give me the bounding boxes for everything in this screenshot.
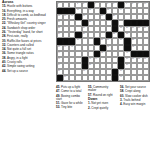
cell-number: 18 — [83, 15, 85, 17]
bottom-clues-col2: 55. Community maker57. Round on right Do… — [88, 86, 117, 111]
cell-number: 32 — [113, 33, 115, 35]
clue-text: Crept quietly — [91, 106, 108, 110]
cell-number: 15 — [58, 15, 60, 17]
cell-number: 26 — [126, 27, 128, 29]
grid-cell[interactable] — [143, 75, 149, 81]
cell-number: 20 — [113, 15, 115, 17]
cell-number: 47 — [58, 58, 60, 60]
cell-number: 40 — [64, 46, 66, 48]
cell-number: 12 — [89, 9, 91, 11]
cell-number: 7 — [126, 3, 127, 5]
cell-number: 55 — [89, 64, 91, 66]
clue-item: 55. Community maker — [88, 86, 117, 92]
clue-item: 44. Set up a source — [2, 70, 54, 73]
cell-number: 48 — [89, 58, 91, 60]
cell-number: 28 — [138, 27, 140, 29]
cell-number: 17 — [71, 15, 73, 17]
cell-number: 29 — [144, 27, 146, 29]
clue-item: 49. Boxing combo start — [56, 95, 85, 101]
cell-number: 60 — [64, 76, 66, 78]
cell-number: 36 — [107, 39, 109, 41]
cell-number: 61 — [120, 76, 122, 78]
cell-number: 56 — [126, 64, 128, 66]
cell-number: 57 — [58, 70, 60, 72]
cell-number: 27 — [132, 27, 134, 29]
clue-text: Tiny bite — [61, 105, 72, 109]
cell-number: 42 — [107, 46, 109, 48]
clue-text: Easy win margin — [123, 102, 145, 106]
cell-number: 24 — [83, 27, 85, 29]
cell-number: 37 — [120, 39, 122, 41]
cell-number: 52 — [138, 58, 140, 60]
cell-number: 9 — [138, 3, 139, 5]
crossword-puzzle-page: Across 15. Hustle with buttons16. Everyt… — [0, 0, 150, 150]
cell-number: 6 — [113, 3, 114, 5]
cell-number: 30 — [58, 33, 60, 35]
cell-number: 16 — [64, 15, 66, 17]
bottom-clues-col3: 56. Set your source58. Crept along60. Sl… — [120, 86, 149, 111]
cell-number: 33 — [126, 33, 128, 35]
cell-number: 21 — [58, 21, 60, 23]
cell-number: 34 — [77, 39, 79, 41]
cell-number: 58 — [83, 70, 85, 72]
cell-number: 31 — [83, 33, 85, 35]
cell-number: 1 — [58, 3, 59, 5]
cell-number: 10 — [144, 3, 146, 5]
clue-item: 4. Easy win margin — [120, 103, 149, 106]
cell-number: 14 — [120, 9, 122, 11]
cell-number: 2 — [77, 3, 78, 5]
clue-item: 53. Tiny bite — [56, 106, 85, 109]
clue-text: Round on right — [93, 93, 113, 97]
cell-number: 23 — [58, 27, 60, 29]
cell-number: 39 — [58, 46, 60, 48]
cell-number: 19 — [101, 15, 103, 17]
cell-number: 22 — [89, 21, 91, 23]
clue-item: 2. Crept quietly — [88, 107, 117, 110]
cell-number: 4 — [95, 3, 96, 5]
cell-number: 5 — [107, 3, 108, 5]
clue-text: Set up a source — [7, 69, 28, 73]
across-clues-list: 15. Hustle with buttons16. Everything, i… — [2, 5, 54, 73]
cell-number: 44 — [58, 52, 60, 54]
bottom-clues: 45. Puts up a fight47. Come to a total49… — [56, 86, 150, 111]
bottom-col2-down-items: 1. Not yet risen2. Crept quietly — [88, 102, 117, 110]
cell-number: 53 — [144, 58, 146, 60]
cell-number: 50 — [126, 58, 128, 60]
cell-number: 38 — [132, 39, 134, 41]
crossword-grid: 1234567891011121314151617181920212223242… — [56, 1, 150, 82]
cell-number: 3 — [83, 3, 84, 5]
cell-number: 8 — [132, 3, 133, 5]
cell-number: 11 — [77, 9, 79, 11]
cell-number: 45 — [101, 52, 103, 54]
cell-number: 35 — [101, 39, 103, 41]
cell-number: 13 — [107, 9, 109, 11]
bottom-clues-col1: 45. Puts up a fight47. Come to a total49… — [56, 86, 85, 111]
cell-number: 59 — [120, 70, 122, 72]
cell-number: 49 — [95, 58, 97, 60]
cell-number: 43 — [132, 46, 134, 48]
bottom-col2-across-items: 55. Community maker57. Round on right — [88, 86, 117, 97]
across-clues-column: Across 15. Hustle with buttons16. Everyt… — [2, 1, 54, 74]
cell-number: 46 — [126, 52, 128, 54]
cell-number: 41 — [71, 46, 73, 48]
cell-number: 54 — [58, 64, 60, 66]
cell-number: 25 — [120, 27, 122, 29]
cell-number: 51 — [132, 58, 134, 60]
